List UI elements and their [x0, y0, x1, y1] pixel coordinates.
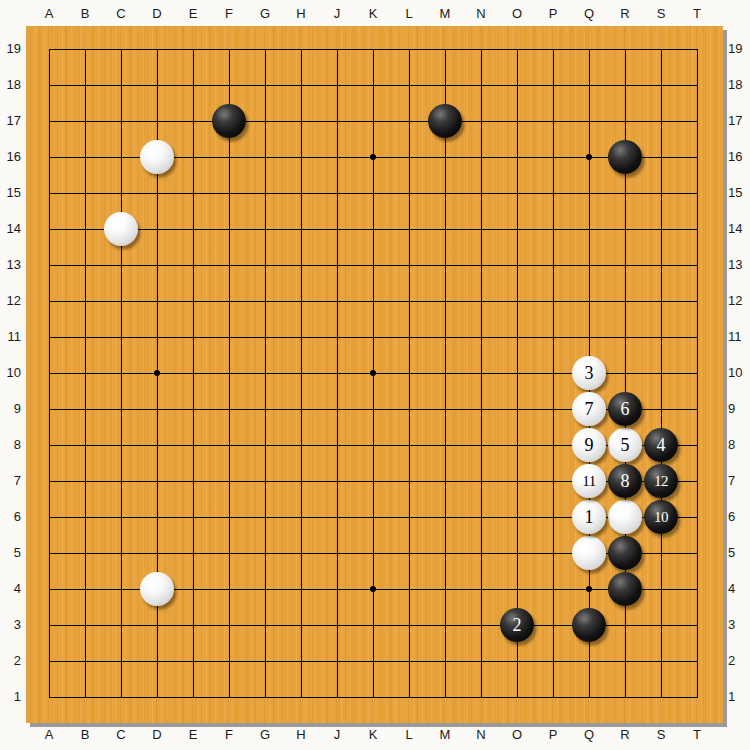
coord-label-top-H: H — [288, 4, 314, 24]
coord-label-top-T: T — [684, 4, 710, 24]
coord-label-bottom-M: M — [432, 725, 458, 745]
coord-label-right-14: 14 — [728, 219, 750, 239]
hoshi-K16 — [370, 154, 376, 160]
go-board[interactable]: 123456789101112 — [26, 26, 723, 723]
move-number: 12 — [654, 474, 668, 489]
stone-black-R5 — [608, 536, 642, 570]
coord-label-right-13: 13 — [728, 255, 750, 275]
coord-label-bottom-C: C — [108, 725, 134, 745]
stone-white-D4 — [140, 572, 174, 606]
hoshi-K4 — [370, 586, 376, 592]
coord-label-left-11: 11 — [0, 327, 21, 347]
coord-label-right-7: 7 — [728, 471, 750, 491]
coord-label-right-3: 3 — [728, 615, 750, 635]
coord-label-bottom-T: T — [684, 725, 710, 745]
coord-label-top-G: G — [252, 4, 278, 24]
coord-label-right-10: 10 — [728, 363, 750, 383]
coord-label-left-19: 19 — [0, 39, 21, 59]
coord-label-right-1: 1 — [728, 687, 750, 707]
stone-white-D16 — [140, 140, 174, 174]
coord-label-left-13: 13 — [0, 255, 21, 275]
stone-move-8-black-R7: 8 — [608, 464, 642, 498]
coord-label-top-K: K — [360, 4, 386, 24]
stone-black-M17 — [428, 104, 462, 138]
coord-label-left-10: 10 — [0, 363, 21, 383]
coord-label-bottom-E: E — [180, 725, 206, 745]
stone-move-6-black-R9: 6 — [608, 392, 642, 426]
stone-move-12-black-S7: 12 — [644, 464, 678, 498]
coord-label-top-S: S — [648, 4, 674, 24]
coord-label-bottom-J: J — [324, 725, 350, 745]
stone-black-F17 — [212, 104, 246, 138]
stone-move-1-white-Q6: 1 — [572, 500, 606, 534]
coord-label-bottom-O: O — [504, 725, 530, 745]
coord-label-top-E: E — [180, 4, 206, 24]
stone-black-Q3 — [572, 608, 606, 642]
coord-label-right-11: 11 — [728, 327, 750, 347]
stone-move-7-white-Q9: 7 — [572, 392, 606, 426]
stone-white-R6 — [608, 500, 642, 534]
move-number: 4 — [657, 436, 666, 454]
move-number: 8 — [621, 472, 630, 490]
coord-label-bottom-K: K — [360, 725, 386, 745]
coord-label-right-5: 5 — [728, 543, 750, 563]
coord-label-left-14: 14 — [0, 219, 21, 239]
move-number: 7 — [585, 400, 594, 418]
coord-label-bottom-F: F — [216, 725, 242, 745]
coord-label-top-R: R — [612, 4, 638, 24]
coord-label-left-17: 17 — [0, 111, 21, 131]
hoshi-Q16 — [586, 154, 592, 160]
coord-label-right-19: 19 — [728, 39, 750, 59]
coord-label-bottom-L: L — [396, 725, 422, 745]
coord-label-right-12: 12 — [728, 291, 750, 311]
coord-label-left-4: 4 — [0, 579, 21, 599]
coord-label-left-1: 1 — [0, 687, 21, 707]
coord-label-right-16: 16 — [728, 147, 750, 167]
coord-label-bottom-Q: Q — [576, 725, 602, 745]
move-number: 5 — [621, 436, 630, 454]
coord-label-right-17: 17 — [728, 111, 750, 131]
coord-label-bottom-N: N — [468, 725, 494, 745]
stone-black-R4 — [608, 572, 642, 606]
coord-label-bottom-H: H — [288, 725, 314, 745]
coord-label-right-18: 18 — [728, 75, 750, 95]
stone-move-2-black-O3: 2 — [500, 608, 534, 642]
coord-label-left-12: 12 — [0, 291, 21, 311]
coord-label-left-9: 9 — [0, 399, 21, 419]
coord-label-bottom-B: B — [72, 725, 98, 745]
coord-label-top-A: A — [36, 4, 62, 24]
coord-label-bottom-G: G — [252, 725, 278, 745]
coord-label-top-J: J — [324, 4, 350, 24]
hoshi-Q4 — [586, 586, 592, 592]
coord-label-top-L: L — [396, 4, 422, 24]
move-number: 10 — [654, 510, 668, 525]
coord-label-top-F: F — [216, 4, 242, 24]
coord-label-left-18: 18 — [0, 75, 21, 95]
coord-label-top-D: D — [144, 4, 170, 24]
hoshi-K10 — [370, 370, 376, 376]
coord-label-right-4: 4 — [728, 579, 750, 599]
coord-label-top-N: N — [468, 4, 494, 24]
stone-white-C14 — [104, 212, 138, 246]
coord-label-left-5: 5 — [0, 543, 21, 563]
coord-label-top-M: M — [432, 4, 458, 24]
stone-black-R16 — [608, 140, 642, 174]
move-number: 1 — [585, 508, 594, 526]
stone-move-9-white-Q8: 9 — [572, 428, 606, 462]
move-number: 9 — [585, 436, 594, 454]
move-number: 2 — [513, 616, 522, 634]
coord-label-bottom-A: A — [36, 725, 62, 745]
coord-label-right-2: 2 — [728, 651, 750, 671]
stone-move-5-white-R8: 5 — [608, 428, 642, 462]
stone-move-11-white-Q7: 11 — [572, 464, 606, 498]
coord-label-left-2: 2 — [0, 651, 21, 671]
coord-label-bottom-D: D — [144, 725, 170, 745]
stone-move-10-black-S6: 10 — [644, 500, 678, 534]
coord-label-left-15: 15 — [0, 183, 21, 203]
stone-white-Q5 — [572, 536, 606, 570]
stone-move-3-white-Q10: 3 — [572, 356, 606, 390]
hoshi-D10 — [154, 370, 160, 376]
coord-label-bottom-R: R — [612, 725, 638, 745]
move-number: 3 — [585, 364, 594, 382]
coord-label-left-8: 8 — [0, 435, 21, 455]
coord-label-right-8: 8 — [728, 435, 750, 455]
move-number: 6 — [621, 400, 630, 418]
coord-label-right-9: 9 — [728, 399, 750, 419]
coord-label-top-B: B — [72, 4, 98, 24]
coord-label-right-6: 6 — [728, 507, 750, 527]
coord-label-left-3: 3 — [0, 615, 21, 635]
coord-label-top-Q: Q — [576, 4, 602, 24]
coord-label-left-7: 7 — [0, 471, 21, 491]
coord-label-top-O: O — [504, 4, 530, 24]
move-number: 11 — [582, 474, 595, 489]
coord-label-top-P: P — [540, 4, 566, 24]
coord-label-bottom-P: P — [540, 725, 566, 745]
coord-label-right-15: 15 — [728, 183, 750, 203]
coord-label-top-C: C — [108, 4, 134, 24]
coord-label-left-16: 16 — [0, 147, 21, 167]
coord-label-left-6: 6 — [0, 507, 21, 527]
stone-move-4-black-S8: 4 — [644, 428, 678, 462]
coord-label-bottom-S: S — [648, 725, 674, 745]
